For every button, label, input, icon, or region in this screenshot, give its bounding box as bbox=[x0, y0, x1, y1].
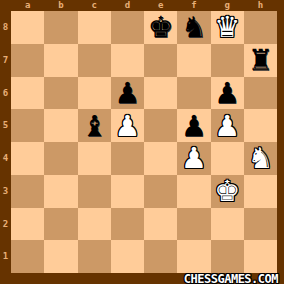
piece-white-pawn: ♟ bbox=[114, 110, 140, 142]
square-d3 bbox=[111, 175, 144, 208]
square-b1 bbox=[44, 240, 77, 273]
square-c2 bbox=[78, 208, 111, 241]
square-h7: ♜ bbox=[244, 44, 277, 77]
square-c8 bbox=[78, 11, 111, 44]
square-a5 bbox=[11, 109, 44, 142]
piece-white-knight: ♞ bbox=[247, 142, 273, 174]
square-g1 bbox=[211, 240, 244, 273]
square-a4 bbox=[11, 142, 44, 175]
square-d7 bbox=[111, 44, 144, 77]
square-f3 bbox=[177, 175, 210, 208]
file-label-e: e bbox=[144, 0, 177, 11]
square-f4: ♟ bbox=[177, 142, 210, 175]
square-d6: ♟ bbox=[111, 77, 144, 110]
watermark-text: CHESSGAMES.COM bbox=[184, 273, 278, 284]
square-c6 bbox=[78, 77, 111, 110]
square-e3 bbox=[144, 175, 177, 208]
file-label-b: b bbox=[44, 0, 77, 11]
square-g2 bbox=[211, 208, 244, 241]
square-h2 bbox=[244, 208, 277, 241]
square-f2 bbox=[177, 208, 210, 241]
square-g3: ♚ bbox=[211, 175, 244, 208]
square-b7 bbox=[44, 44, 77, 77]
file-label-h: h bbox=[244, 0, 277, 11]
square-h8 bbox=[244, 11, 277, 44]
square-h3 bbox=[244, 175, 277, 208]
square-b4 bbox=[44, 142, 77, 175]
piece-black-knight: ♞ bbox=[181, 11, 207, 43]
square-e1 bbox=[144, 240, 177, 273]
piece-black-bishop: ♝ bbox=[81, 110, 107, 142]
piece-white-king: ♚ bbox=[214, 175, 240, 207]
square-d1 bbox=[111, 240, 144, 273]
square-c4 bbox=[78, 142, 111, 175]
rank-label-5: 5 bbox=[0, 109, 11, 142]
square-d2 bbox=[111, 208, 144, 241]
rank-label-2: 2 bbox=[0, 208, 11, 241]
piece-white-pawn: ♟ bbox=[181, 142, 207, 174]
file-label-a: a bbox=[11, 0, 44, 11]
piece-black-pawn: ♟ bbox=[181, 110, 207, 142]
square-a7 bbox=[11, 44, 44, 77]
square-e2 bbox=[144, 208, 177, 241]
square-g7 bbox=[211, 44, 244, 77]
file-label-c: c bbox=[78, 0, 111, 11]
rank-label-6: 6 bbox=[0, 77, 11, 110]
rank-label-4: 4 bbox=[0, 142, 11, 175]
rank-label-8: 8 bbox=[0, 11, 11, 44]
square-a2 bbox=[11, 208, 44, 241]
piece-black-rook: ♜ bbox=[247, 44, 273, 76]
square-d8 bbox=[111, 11, 144, 44]
square-f1 bbox=[177, 240, 210, 273]
rank-label-7: 7 bbox=[0, 44, 11, 77]
square-e5 bbox=[144, 109, 177, 142]
file-label-g: g bbox=[211, 0, 244, 11]
square-f7 bbox=[177, 44, 210, 77]
square-b5 bbox=[44, 109, 77, 142]
square-h1 bbox=[244, 240, 277, 273]
file-label-f: f bbox=[177, 0, 210, 11]
file-label-d: d bbox=[111, 0, 144, 11]
piece-white-pawn: ♟ bbox=[214, 110, 240, 142]
square-b3 bbox=[44, 175, 77, 208]
rank-label-3: 3 bbox=[0, 175, 11, 208]
square-f8: ♞ bbox=[177, 11, 210, 44]
square-d4 bbox=[111, 142, 144, 175]
square-e7 bbox=[144, 44, 177, 77]
square-h4: ♞ bbox=[244, 142, 277, 175]
square-g5: ♟ bbox=[211, 109, 244, 142]
square-e6 bbox=[144, 77, 177, 110]
chess-diagram: abcdefgh 87654321 ♚♞♛♜♟♟♝♟♟♟♟♞♚ CHESSGAM… bbox=[0, 0, 284, 284]
square-h6 bbox=[244, 77, 277, 110]
square-h5 bbox=[244, 109, 277, 142]
square-g8: ♛ bbox=[211, 11, 244, 44]
square-f5: ♟ bbox=[177, 109, 210, 142]
square-c1 bbox=[78, 240, 111, 273]
square-c5: ♝ bbox=[78, 109, 111, 142]
square-c7 bbox=[78, 44, 111, 77]
square-b2 bbox=[44, 208, 77, 241]
rank-label-1: 1 bbox=[0, 240, 11, 273]
square-a6 bbox=[11, 77, 44, 110]
rank-labels: 87654321 bbox=[0, 11, 11, 273]
square-b8 bbox=[44, 11, 77, 44]
square-a8 bbox=[11, 11, 44, 44]
square-e4 bbox=[144, 142, 177, 175]
square-e8: ♚ bbox=[144, 11, 177, 44]
chess-board: ♚♞♛♜♟♟♝♟♟♟♟♞♚ bbox=[11, 11, 277, 273]
piece-black-pawn: ♟ bbox=[114, 77, 140, 109]
square-d5: ♟ bbox=[111, 109, 144, 142]
file-labels: abcdefgh bbox=[11, 0, 277, 11]
square-g4 bbox=[211, 142, 244, 175]
square-g6: ♟ bbox=[211, 77, 244, 110]
square-f6 bbox=[177, 77, 210, 110]
square-c3 bbox=[78, 175, 111, 208]
square-a1 bbox=[11, 240, 44, 273]
piece-black-pawn: ♟ bbox=[214, 77, 240, 109]
piece-black-king: ♚ bbox=[148, 11, 174, 43]
square-b6 bbox=[44, 77, 77, 110]
piece-white-queen: ♛ bbox=[214, 11, 240, 43]
square-a3 bbox=[11, 175, 44, 208]
